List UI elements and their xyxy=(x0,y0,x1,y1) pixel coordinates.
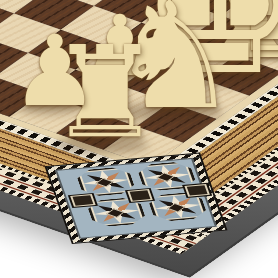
mosaic-diamond-icon xyxy=(127,189,152,202)
mosaic-diamond-icon xyxy=(184,184,209,197)
corner-mosaic-medallion xyxy=(47,154,225,243)
mosaic-star-icon xyxy=(146,191,209,222)
chessboard-photo: ♟ ♝ ♛ ♚ ♞ ♜ ♟ xyxy=(0,0,278,278)
mosaic-diamond-icon xyxy=(70,194,95,207)
white-pawn: ♟ xyxy=(11,22,99,120)
